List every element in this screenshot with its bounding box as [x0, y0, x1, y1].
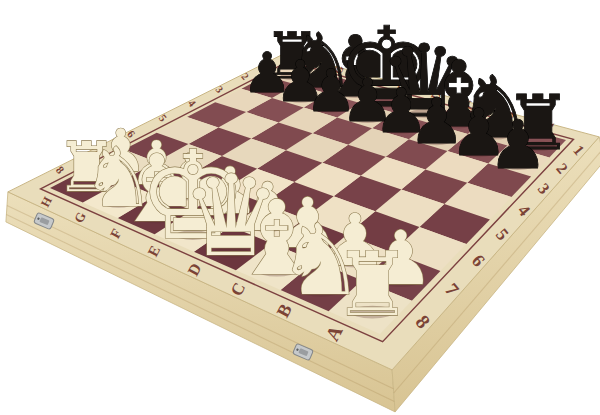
- chessboard-svg: AABBCCDDEEFFGGHH1122334455667788♜♞♟♝♟♚♟♛…: [0, 0, 600, 415]
- black-pawn-a2: ♟: [488, 106, 548, 184]
- white-rook-a8: ♜: [333, 233, 412, 336]
- board-photo: chess AABBCCDDEEFFGGHH1122334455667788♜♞…: [0, 0, 600, 415]
